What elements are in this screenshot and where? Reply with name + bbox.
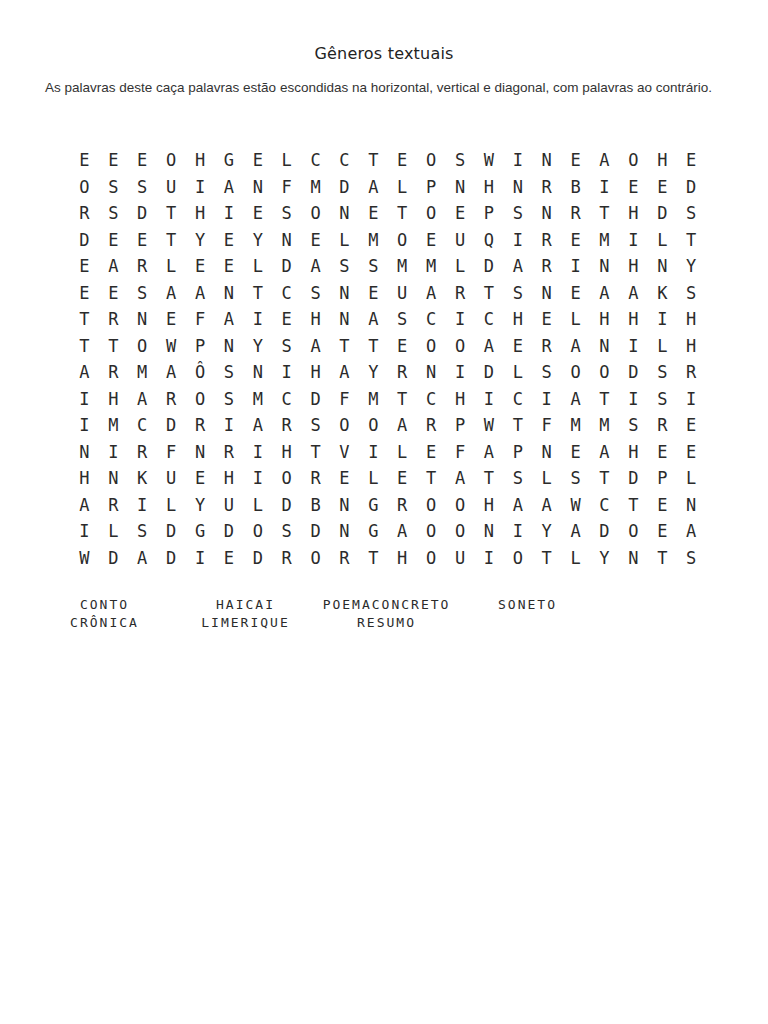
grid-cell: E bbox=[648, 439, 677, 466]
grid-cell: S bbox=[532, 359, 561, 386]
grid-cell: E bbox=[677, 412, 706, 439]
grid-cell: W bbox=[474, 412, 503, 439]
grid-cell: E bbox=[214, 545, 243, 572]
grid-cell: E bbox=[388, 465, 417, 492]
grid-cell: I bbox=[272, 359, 301, 386]
grid-cell: C bbox=[272, 280, 301, 307]
grid-cell: E bbox=[272, 306, 301, 333]
grid-cell: Y bbox=[532, 518, 561, 545]
grid-cell: A bbox=[214, 306, 243, 333]
grid-cell: E bbox=[301, 227, 330, 254]
grid-cell: A bbox=[474, 439, 503, 466]
grid-cell: E bbox=[243, 200, 272, 227]
grid-cell: I bbox=[503, 518, 532, 545]
grid-cell: K bbox=[128, 465, 157, 492]
grid-cell: O bbox=[301, 545, 330, 572]
grid-cell: A bbox=[70, 492, 99, 519]
grid-cell: W bbox=[474, 147, 503, 174]
grid-cell: Ô bbox=[186, 359, 215, 386]
grid-cell: N bbox=[330, 200, 359, 227]
grid-cell: C bbox=[272, 386, 301, 413]
grid-cell: D bbox=[590, 518, 619, 545]
grid-cell: O bbox=[359, 412, 388, 439]
grid-cell: H bbox=[301, 306, 330, 333]
grid-cell: I bbox=[619, 333, 648, 360]
grid-cell: R bbox=[99, 306, 128, 333]
grid-cell: D bbox=[243, 545, 272, 572]
grid-cell: A bbox=[128, 386, 157, 413]
grid-cell: S bbox=[503, 465, 532, 492]
grid-cell: N bbox=[532, 280, 561, 307]
grid-cell: E bbox=[677, 439, 706, 466]
word-list-item: CONTO bbox=[80, 596, 129, 614]
grid-cell: S bbox=[619, 412, 648, 439]
grid-cell: U bbox=[446, 545, 475, 572]
grid-cell: R bbox=[272, 545, 301, 572]
grid-cell: P bbox=[446, 412, 475, 439]
grid-cell: N bbox=[590, 333, 619, 360]
grid-cell: I bbox=[214, 412, 243, 439]
grid-cell: R bbox=[330, 545, 359, 572]
grid-cell: T bbox=[417, 465, 446, 492]
grid-cell: R bbox=[532, 253, 561, 280]
grid-cell: D bbox=[619, 359, 648, 386]
grid-cell: O bbox=[157, 147, 186, 174]
grid-cell: B bbox=[561, 174, 590, 201]
grid-cell: C bbox=[417, 386, 446, 413]
grid-cell: A bbox=[474, 333, 503, 360]
grid-cell: L bbox=[272, 147, 301, 174]
grid-cell: R bbox=[128, 439, 157, 466]
grid-cell: P bbox=[474, 200, 503, 227]
grid-cell: I bbox=[70, 386, 99, 413]
grid-cell: V bbox=[330, 439, 359, 466]
word-list-item: HAICAI bbox=[216, 596, 275, 614]
grid-cell: D bbox=[70, 227, 99, 254]
word-list-item: RESUMO bbox=[357, 614, 416, 632]
grid-cell: N bbox=[590, 253, 619, 280]
grid-cell: I bbox=[590, 174, 619, 201]
grid-cell: S bbox=[272, 200, 301, 227]
grid-cell: D bbox=[214, 518, 243, 545]
grid-cell: A bbox=[561, 333, 590, 360]
grid-cell: Y bbox=[243, 333, 272, 360]
grid-cell: E bbox=[99, 227, 128, 254]
grid-cell: R bbox=[532, 174, 561, 201]
grid-cell: H bbox=[186, 147, 215, 174]
grid-cell: E bbox=[186, 465, 215, 492]
grid-cell: T bbox=[157, 227, 186, 254]
grid-cell: E bbox=[417, 227, 446, 254]
puzzle-instructions: As palavras deste caça palavras estão es… bbox=[45, 77, 735, 100]
grid-cell: T bbox=[388, 200, 417, 227]
grid-cell: E bbox=[128, 227, 157, 254]
grid-cell: H bbox=[186, 200, 215, 227]
grid-cell: M bbox=[243, 386, 272, 413]
grid-cell: R bbox=[128, 253, 157, 280]
grid-cell: R bbox=[99, 359, 128, 386]
grid-cell: L bbox=[561, 545, 590, 572]
word-list-item: POEMACONCRETO bbox=[323, 596, 451, 614]
grid-cell: H bbox=[503, 306, 532, 333]
grid-cell: A bbox=[532, 492, 561, 519]
grid-cell: I bbox=[186, 545, 215, 572]
grid-cell: F bbox=[272, 174, 301, 201]
grid-cell: H bbox=[619, 306, 648, 333]
grid-cell: P bbox=[186, 333, 215, 360]
grid-cell: A bbox=[70, 359, 99, 386]
grid-cell: L bbox=[243, 492, 272, 519]
grid-cell: A bbox=[561, 518, 590, 545]
grid-cell: S bbox=[128, 174, 157, 201]
grid-cell: R bbox=[99, 492, 128, 519]
grid-cell: R bbox=[561, 200, 590, 227]
grid-cell: Y bbox=[677, 253, 706, 280]
grid-cell: D bbox=[301, 386, 330, 413]
grid-cell: C bbox=[590, 492, 619, 519]
grid-cell: D bbox=[157, 412, 186, 439]
grid-cell: E bbox=[359, 280, 388, 307]
grid-cell: I bbox=[677, 386, 706, 413]
grid-cell: G bbox=[214, 147, 243, 174]
grid-cell: H bbox=[474, 492, 503, 519]
grid-cell: T bbox=[474, 465, 503, 492]
grid-cell: E bbox=[388, 333, 417, 360]
grid-cell: I bbox=[619, 386, 648, 413]
grid-cell: P bbox=[417, 174, 446, 201]
grid-cell: F bbox=[330, 386, 359, 413]
grid-cell: R bbox=[677, 359, 706, 386]
grid-cell: Y bbox=[186, 492, 215, 519]
grid-cell: B bbox=[301, 492, 330, 519]
grid-cell: O bbox=[128, 333, 157, 360]
grid-cell: N bbox=[330, 280, 359, 307]
grid-cell: N bbox=[214, 333, 243, 360]
grid-cell: M bbox=[417, 253, 446, 280]
grid-cell: Y bbox=[359, 359, 388, 386]
grid-cell: N bbox=[70, 439, 99, 466]
grid-cell: E bbox=[561, 227, 590, 254]
grid-cell: I bbox=[648, 306, 677, 333]
grid-cell: L bbox=[388, 174, 417, 201]
grid-cell: K bbox=[648, 280, 677, 307]
grid-cell: H bbox=[272, 439, 301, 466]
grid-cell: S bbox=[272, 518, 301, 545]
grid-cell: Y bbox=[243, 227, 272, 254]
grid-cell: E bbox=[214, 227, 243, 254]
grid-cell: L bbox=[330, 227, 359, 254]
grid-cell: M bbox=[359, 386, 388, 413]
grid-cell: I bbox=[446, 306, 475, 333]
word-list-column: CONTOCRÔNICA bbox=[34, 596, 175, 632]
grid-cell: A bbox=[561, 386, 590, 413]
grid-cell: O bbox=[272, 465, 301, 492]
grid-cell: D bbox=[648, 200, 677, 227]
grid-cell: H bbox=[474, 174, 503, 201]
grid-cell: E bbox=[214, 253, 243, 280]
grid-cell: L bbox=[648, 333, 677, 360]
grid-cell: A bbox=[388, 412, 417, 439]
grid-cell: L bbox=[157, 492, 186, 519]
grid-cell: E bbox=[561, 439, 590, 466]
grid-cell: T bbox=[330, 333, 359, 360]
grid-cell: R bbox=[272, 412, 301, 439]
grid-cell: I bbox=[243, 306, 272, 333]
grid-cell: D bbox=[301, 518, 330, 545]
grid-cell: T bbox=[99, 333, 128, 360]
grid-cell: H bbox=[648, 147, 677, 174]
grid-cell: F bbox=[532, 412, 561, 439]
grid-cell: L bbox=[532, 465, 561, 492]
grid-cell: E bbox=[70, 147, 99, 174]
grid-cell: A bbox=[301, 333, 330, 360]
grid-cell: U bbox=[157, 174, 186, 201]
grid-cell: E bbox=[70, 280, 99, 307]
grid-cell: R bbox=[417, 412, 446, 439]
puzzle-title: Gêneros textuais bbox=[0, 44, 768, 63]
grid-cell: S bbox=[214, 359, 243, 386]
grid-cell: E bbox=[417, 439, 446, 466]
grid-cell: U bbox=[157, 465, 186, 492]
grid-cell: A bbox=[590, 280, 619, 307]
grid-cell: O bbox=[70, 174, 99, 201]
grid-cell: T bbox=[359, 147, 388, 174]
grid-cell: I bbox=[503, 147, 532, 174]
worksheet-page: Gêneros textuais As palavras deste caça … bbox=[0, 0, 768, 1024]
grid-cell: O bbox=[243, 518, 272, 545]
grid-cell: P bbox=[648, 465, 677, 492]
grid-cell: H bbox=[619, 253, 648, 280]
grid-cell: O bbox=[186, 386, 215, 413]
grid-cell: S bbox=[301, 280, 330, 307]
grid-cell: A bbox=[214, 174, 243, 201]
grid-cell: T bbox=[70, 333, 99, 360]
grid-cell: L bbox=[677, 465, 706, 492]
grid-cell: T bbox=[503, 412, 532, 439]
grid-cell: S bbox=[677, 280, 706, 307]
grid-cell: M bbox=[590, 412, 619, 439]
grid-cell: E bbox=[70, 253, 99, 280]
grid-cell: E bbox=[99, 147, 128, 174]
grid-cell: S bbox=[128, 518, 157, 545]
grid-cell: D bbox=[272, 492, 301, 519]
grid-cell: N bbox=[128, 306, 157, 333]
grid-cell: E bbox=[359, 200, 388, 227]
grid-cell: D bbox=[619, 465, 648, 492]
grid-cell: A bbox=[99, 253, 128, 280]
grid-cell: H bbox=[590, 306, 619, 333]
grid-cell: S bbox=[99, 174, 128, 201]
grid-cell: S bbox=[677, 545, 706, 572]
grid-cell: O bbox=[301, 200, 330, 227]
grid-cell: C bbox=[474, 306, 503, 333]
grid-cell: T bbox=[648, 545, 677, 572]
grid-cell: E bbox=[330, 465, 359, 492]
grid-cell: E bbox=[532, 306, 561, 333]
grid-cell: E bbox=[157, 306, 186, 333]
grid-cell: A bbox=[359, 174, 388, 201]
grid-cell: N bbox=[243, 174, 272, 201]
grid-cell: R bbox=[446, 280, 475, 307]
grid-cell: D bbox=[157, 518, 186, 545]
grid-cell: L bbox=[157, 253, 186, 280]
grid-cell: O bbox=[446, 492, 475, 519]
grid-cell: A bbox=[619, 280, 648, 307]
grid-cell: E bbox=[446, 200, 475, 227]
grid-cell: I bbox=[70, 412, 99, 439]
grid-cell: A bbox=[388, 518, 417, 545]
grid-cell: A bbox=[157, 280, 186, 307]
grid-cell: R bbox=[388, 492, 417, 519]
grid-cell: I bbox=[446, 359, 475, 386]
grid-cell: L bbox=[446, 253, 475, 280]
grid-cell: C bbox=[128, 412, 157, 439]
word-search-grid: EEEOHGELCCTEOSWINEAOHEOSSUIANFMDALPNHNRB… bbox=[70, 147, 706, 571]
grid-cell: N bbox=[214, 280, 243, 307]
grid-cell: S bbox=[301, 412, 330, 439]
grid-cell: F bbox=[157, 439, 186, 466]
grid-cell: T bbox=[590, 200, 619, 227]
grid-cell: N bbox=[532, 147, 561, 174]
grid-cell: N bbox=[503, 174, 532, 201]
word-list-item: LIMERIQUE bbox=[201, 614, 289, 632]
grid-cell: N bbox=[532, 200, 561, 227]
grid-cell: T bbox=[590, 386, 619, 413]
grid-cell: U bbox=[388, 280, 417, 307]
word-list-column: HAICAILIMERIQUE bbox=[175, 596, 316, 632]
grid-cell: E bbox=[648, 174, 677, 201]
grid-cell: A bbox=[590, 147, 619, 174]
grid-cell: I bbox=[186, 174, 215, 201]
grid-cell: A bbox=[243, 412, 272, 439]
grid-cell: O bbox=[330, 412, 359, 439]
grid-cell: H bbox=[99, 386, 128, 413]
grid-cell: S bbox=[446, 147, 475, 174]
grid-cell: D bbox=[330, 174, 359, 201]
grid-cell: E bbox=[648, 518, 677, 545]
grid-cell: T bbox=[532, 545, 561, 572]
grid-cell: A bbox=[590, 439, 619, 466]
grid-cell: E bbox=[503, 333, 532, 360]
grid-cell: N bbox=[330, 518, 359, 545]
grid-cell: N bbox=[330, 306, 359, 333]
grid-cell: G bbox=[359, 518, 388, 545]
grid-cell: L bbox=[561, 306, 590, 333]
grid-cell: I bbox=[99, 439, 128, 466]
grid-cell: R bbox=[532, 333, 561, 360]
grid-cell: R bbox=[532, 227, 561, 254]
grid-cell: E bbox=[186, 253, 215, 280]
grid-cell: G bbox=[186, 518, 215, 545]
grid-cell: N bbox=[446, 174, 475, 201]
grid-cell: O bbox=[503, 545, 532, 572]
grid-cell: A bbox=[446, 465, 475, 492]
grid-cell: N bbox=[243, 359, 272, 386]
grid-cell: N bbox=[474, 518, 503, 545]
word-list-item: SONETO bbox=[498, 596, 557, 614]
grid-cell: F bbox=[186, 306, 215, 333]
grid-cell: C bbox=[330, 147, 359, 174]
grid-cell: S bbox=[648, 359, 677, 386]
grid-cell: O bbox=[417, 200, 446, 227]
grid-cell: A bbox=[503, 253, 532, 280]
grid-cell: O bbox=[417, 147, 446, 174]
grid-cell: C bbox=[417, 306, 446, 333]
grid-cell: E bbox=[677, 147, 706, 174]
grid-cell: I bbox=[128, 492, 157, 519]
grid-cell: L bbox=[99, 518, 128, 545]
word-list: CONTOCRÔNICAHAICAILIMERIQUEPOEMACONCRETO… bbox=[34, 596, 598, 632]
grid-cell: T bbox=[619, 492, 648, 519]
grid-cell: H bbox=[677, 306, 706, 333]
grid-cell: O bbox=[417, 518, 446, 545]
grid-cell: I bbox=[532, 386, 561, 413]
grid-cell: O bbox=[417, 333, 446, 360]
grid-cell: D bbox=[474, 253, 503, 280]
grid-cell: T bbox=[677, 227, 706, 254]
grid-cell: R bbox=[157, 386, 186, 413]
grid-cell: G bbox=[359, 492, 388, 519]
grid-cell: I bbox=[70, 518, 99, 545]
grid-cell: D bbox=[474, 359, 503, 386]
grid-cell: S bbox=[128, 280, 157, 307]
grid-cell: T bbox=[70, 306, 99, 333]
grid-cell: H bbox=[619, 439, 648, 466]
grid-cell: O bbox=[619, 518, 648, 545]
word-list-column: POEMACONCRETORESUMO bbox=[316, 596, 457, 632]
grid-cell: S bbox=[503, 280, 532, 307]
grid-cell: H bbox=[388, 545, 417, 572]
grid-cell: S bbox=[503, 200, 532, 227]
grid-cell: L bbox=[359, 465, 388, 492]
grid-cell: R bbox=[214, 439, 243, 466]
grid-cell: E bbox=[648, 492, 677, 519]
grid-cell: A bbox=[330, 359, 359, 386]
grid-cell: U bbox=[446, 227, 475, 254]
grid-cell: O bbox=[446, 333, 475, 360]
grid-cell: D bbox=[99, 545, 128, 572]
grid-cell: R bbox=[388, 359, 417, 386]
grid-cell: W bbox=[157, 333, 186, 360]
grid-cell: A bbox=[301, 253, 330, 280]
grid-cell: N bbox=[417, 359, 446, 386]
grid-cell: S bbox=[359, 253, 388, 280]
grid-cell: E bbox=[128, 147, 157, 174]
grid-cell: O bbox=[561, 359, 590, 386]
grid-cell: Y bbox=[590, 545, 619, 572]
grid-cell: I bbox=[619, 227, 648, 254]
grid-cell: R bbox=[70, 200, 99, 227]
grid-cell: E bbox=[561, 280, 590, 307]
grid-cell: H bbox=[70, 465, 99, 492]
grid-cell: F bbox=[446, 439, 475, 466]
grid-cell: E bbox=[243, 147, 272, 174]
grid-cell: I bbox=[474, 386, 503, 413]
grid-cell: A bbox=[157, 359, 186, 386]
grid-cell: C bbox=[503, 386, 532, 413]
grid-cell: Y bbox=[186, 227, 215, 254]
grid-cell: A bbox=[417, 280, 446, 307]
grid-cell: T bbox=[590, 465, 619, 492]
grid-cell: N bbox=[648, 253, 677, 280]
grid-cell: E bbox=[388, 147, 417, 174]
grid-cell: O bbox=[590, 359, 619, 386]
grid-cell: L bbox=[388, 439, 417, 466]
grid-cell: C bbox=[301, 147, 330, 174]
grid-cell: H bbox=[446, 386, 475, 413]
grid-cell: N bbox=[186, 439, 215, 466]
grid-cell: N bbox=[619, 545, 648, 572]
